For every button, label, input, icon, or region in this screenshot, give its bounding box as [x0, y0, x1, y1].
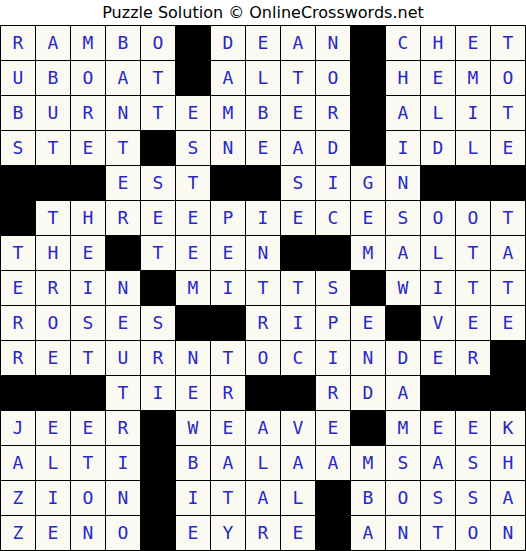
cell-r7c14: T — [456, 236, 490, 270]
cell-r9c8: R — [246, 306, 280, 340]
cell-r6c3: H — [71, 201, 105, 235]
cell-r12c7: E — [211, 411, 245, 445]
cell-r12c6: W — [176, 411, 210, 445]
cell-r10c1: R — [1, 341, 35, 375]
cell-r8c14: T — [456, 271, 490, 305]
cell-r14c2: I — [36, 481, 70, 515]
cell-r12c13: E — [421, 411, 455, 445]
black-cell-r1c6 — [176, 26, 210, 60]
cell-r9c2: O — [36, 306, 70, 340]
cell-r7c2: H — [36, 236, 70, 270]
black-cell-r13c5 — [141, 446, 175, 480]
cell-r5c4: E — [106, 166, 140, 200]
cell-r2c15: O — [491, 61, 525, 95]
black-cell-r5c7 — [211, 166, 245, 200]
cell-r15c4: O — [106, 516, 140, 550]
black-cell-r9c7 — [211, 306, 245, 340]
black-cell-r14c10 — [316, 481, 350, 515]
cell-r14c9: L — [281, 481, 315, 515]
cell-r7c7: E — [211, 236, 245, 270]
cell-r9c10: P — [316, 306, 350, 340]
cell-r15c3: N — [71, 516, 105, 550]
cell-r3c13: L — [421, 96, 455, 130]
cell-r4c7: N — [211, 131, 245, 165]
cell-r15c8: R — [246, 516, 280, 550]
cell-r7c13: L — [421, 236, 455, 270]
crossword-grid: RAMBODEANCHETUBOATALTOHEMOBURNTEMBERALIT… — [0, 25, 526, 551]
black-cell-r15c5 — [141, 516, 175, 550]
cell-r6c15: T — [491, 201, 525, 235]
black-cell-r11c13 — [421, 376, 455, 410]
cell-r7c3: E — [71, 236, 105, 270]
cell-r12c3: E — [71, 411, 105, 445]
cell-r15c13: T — [421, 516, 455, 550]
cell-r2c9: T — [281, 61, 315, 95]
cell-r2c2: B — [36, 61, 70, 95]
cell-r8c7: I — [211, 271, 245, 305]
cell-r15c15: N — [491, 516, 525, 550]
black-cell-r2c6 — [176, 61, 210, 95]
cell-r13c9: A — [281, 446, 315, 480]
cell-r13c15: H — [491, 446, 525, 480]
cell-r4c6: S — [176, 131, 210, 165]
cell-r14c3: O — [71, 481, 105, 515]
black-cell-r2c11 — [351, 61, 385, 95]
cell-r3c3: R — [71, 96, 105, 130]
black-cell-r11c8 — [246, 376, 280, 410]
black-cell-r11c3 — [71, 376, 105, 410]
cell-r11c12: A — [386, 376, 420, 410]
cell-r8c4: N — [106, 271, 140, 305]
cell-r14c6: I — [176, 481, 210, 515]
cell-r2c12: H — [386, 61, 420, 95]
cell-r15c14: O — [456, 516, 490, 550]
cell-r13c6: B — [176, 446, 210, 480]
cell-r3c4: N — [106, 96, 140, 130]
black-cell-r7c9 — [281, 236, 315, 270]
cell-r8c13: I — [421, 271, 455, 305]
black-cell-r15c10 — [316, 516, 350, 550]
title-bar: Puzzle Solution © OnlineCrosswords.net — [0, 0, 526, 25]
cell-r6c11: E — [351, 201, 385, 235]
cell-r3c9: E — [281, 96, 315, 130]
cell-r4c9: A — [281, 131, 315, 165]
cell-r15c11: A — [351, 516, 385, 550]
cell-r14c14: S — [456, 481, 490, 515]
cell-r14c11: B — [351, 481, 385, 515]
cell-r6c8: I — [246, 201, 280, 235]
cell-r1c1: R — [1, 26, 35, 60]
cell-r11c7: R — [211, 376, 245, 410]
cell-r11c5: I — [141, 376, 175, 410]
cell-r6c2: T — [36, 201, 70, 235]
cell-r7c1: T — [1, 236, 35, 270]
cell-r8c2: R — [36, 271, 70, 305]
cell-r4c15: E — [491, 131, 525, 165]
cell-r6c12: S — [386, 201, 420, 235]
cell-r4c4: T — [106, 131, 140, 165]
cell-r7c8: N — [246, 236, 280, 270]
cell-r8c1: E — [1, 271, 35, 305]
cell-r9c5: S — [141, 306, 175, 340]
cell-r9c4: E — [106, 306, 140, 340]
page-title: Puzzle Solution © OnlineCrosswords.net — [102, 3, 424, 22]
cell-r14c15: A — [491, 481, 525, 515]
cell-r13c12: S — [386, 446, 420, 480]
cell-r3c6: E — [176, 96, 210, 130]
cell-r5c12: N — [386, 166, 420, 200]
black-cell-r5c14 — [456, 166, 490, 200]
cell-r7c6: E — [176, 236, 210, 270]
cell-r5c10: I — [316, 166, 350, 200]
cell-r12c14: E — [456, 411, 490, 445]
cell-r8c8: T — [246, 271, 280, 305]
cell-r2c14: M — [456, 61, 490, 95]
cell-r10c5: R — [141, 341, 175, 375]
cell-r15c6: E — [176, 516, 210, 550]
cell-r1c2: A — [36, 26, 70, 60]
cell-r2c3: O — [71, 61, 105, 95]
cell-r13c14: S — [456, 446, 490, 480]
cell-r15c1: Z — [1, 516, 35, 550]
cell-r4c12: I — [386, 131, 420, 165]
cell-r3c10: R — [316, 96, 350, 130]
cell-r6c7: P — [211, 201, 245, 235]
cell-r12c9: V — [281, 411, 315, 445]
cell-r2c7: A — [211, 61, 245, 95]
cell-r6c9: E — [281, 201, 315, 235]
cell-r12c10: E — [316, 411, 350, 445]
cell-r3c1: B — [1, 96, 35, 130]
cell-r12c8: A — [246, 411, 280, 445]
black-cell-r5c3 — [71, 166, 105, 200]
cell-r7c15: A — [491, 236, 525, 270]
cell-r11c6: E — [176, 376, 210, 410]
cell-r3c14: I — [456, 96, 490, 130]
cell-r3c8: B — [246, 96, 280, 130]
cell-r11c11: D — [351, 376, 385, 410]
cell-r14c4: N — [106, 481, 140, 515]
cell-r4c1: S — [1, 131, 35, 165]
cell-r10c6: N — [176, 341, 210, 375]
cell-r15c12: N — [386, 516, 420, 550]
cell-r1c14: E — [456, 26, 490, 60]
cell-r12c12: M — [386, 411, 420, 445]
cell-r13c4: I — [106, 446, 140, 480]
cell-r1c5: O — [141, 26, 175, 60]
cell-r13c10: A — [316, 446, 350, 480]
cell-r10c13: E — [421, 341, 455, 375]
cell-r6c6: E — [176, 201, 210, 235]
cell-r12c2: E — [36, 411, 70, 445]
cell-r1c4: B — [106, 26, 140, 60]
cell-r10c3: T — [71, 341, 105, 375]
cell-r1c8: E — [246, 26, 280, 60]
cell-r1c10: N — [316, 26, 350, 60]
cell-r12c1: J — [1, 411, 35, 445]
cell-r4c2: T — [36, 131, 70, 165]
cell-r6c4: R — [106, 201, 140, 235]
black-cell-r5c1 — [1, 166, 35, 200]
cell-r14c8: A — [246, 481, 280, 515]
cell-r12c15: K — [491, 411, 525, 445]
cell-r9c13: V — [421, 306, 455, 340]
cell-r9c15: E — [491, 306, 525, 340]
cell-r7c5: T — [141, 236, 175, 270]
cell-r5c6: T — [176, 166, 210, 200]
cell-r1c3: M — [71, 26, 105, 60]
black-cell-r11c15 — [491, 376, 525, 410]
cell-r15c7: Y — [211, 516, 245, 550]
black-cell-r10c15 — [491, 341, 525, 375]
cell-r4c3: E — [71, 131, 105, 165]
cell-r1c9: A — [281, 26, 315, 60]
cell-r4c10: D — [316, 131, 350, 165]
cell-r2c1: U — [1, 61, 35, 95]
cell-r3c5: T — [141, 96, 175, 130]
cell-r8c3: I — [71, 271, 105, 305]
cell-r5c5: S — [141, 166, 175, 200]
puzzle-solution-page: Puzzle Solution © OnlineCrosswords.net R… — [0, 0, 526, 551]
cell-r4c14: L — [456, 131, 490, 165]
cell-r1c15: T — [491, 26, 525, 60]
cell-r13c1: A — [1, 446, 35, 480]
cell-r10c8: O — [246, 341, 280, 375]
black-cell-r9c12 — [386, 306, 420, 340]
cell-r6c13: O — [421, 201, 455, 235]
cell-r3c7: M — [211, 96, 245, 130]
black-cell-r4c11 — [351, 131, 385, 165]
black-cell-r11c14 — [456, 376, 490, 410]
black-cell-r1c11 — [351, 26, 385, 60]
cell-r6c10: C — [316, 201, 350, 235]
cell-r9c14: E — [456, 306, 490, 340]
cell-r6c14: O — [456, 201, 490, 235]
cell-r3c15: T — [491, 96, 525, 130]
black-cell-r5c15 — [491, 166, 525, 200]
black-cell-r8c5 — [141, 271, 175, 305]
black-cell-r6c1 — [1, 201, 35, 235]
cell-r1c12: C — [386, 26, 420, 60]
cell-r8c10: S — [316, 271, 350, 305]
black-cell-r9c6 — [176, 306, 210, 340]
cell-r6c5: E — [141, 201, 175, 235]
cell-r2c10: O — [316, 61, 350, 95]
black-cell-r12c11 — [351, 411, 385, 445]
black-cell-r11c1 — [1, 376, 35, 410]
cell-r2c5: T — [141, 61, 175, 95]
cell-r14c1: Z — [1, 481, 35, 515]
cell-r2c4: A — [106, 61, 140, 95]
cell-r9c11: E — [351, 306, 385, 340]
cell-r10c12: D — [386, 341, 420, 375]
cell-r1c7: D — [211, 26, 245, 60]
cell-r2c13: E — [421, 61, 455, 95]
cell-r8c6: M — [176, 271, 210, 305]
cell-r14c13: S — [421, 481, 455, 515]
cell-r13c7: A — [211, 446, 245, 480]
black-cell-r3c11 — [351, 96, 385, 130]
cell-r8c12: W — [386, 271, 420, 305]
cell-r10c7: T — [211, 341, 245, 375]
cell-r10c11: N — [351, 341, 385, 375]
cell-r10c14: R — [456, 341, 490, 375]
cell-r8c9: T — [281, 271, 315, 305]
cell-r13c2: L — [36, 446, 70, 480]
cell-r9c1: R — [1, 306, 35, 340]
cell-r9c9: I — [281, 306, 315, 340]
cell-r10c2: E — [36, 341, 70, 375]
cell-r14c12: O — [386, 481, 420, 515]
cell-r7c11: M — [351, 236, 385, 270]
black-cell-r7c10 — [316, 236, 350, 270]
black-cell-r4c5 — [141, 131, 175, 165]
cell-r5c9: S — [281, 166, 315, 200]
black-cell-r14c5 — [141, 481, 175, 515]
cell-r15c2: E — [36, 516, 70, 550]
cell-r14c7: T — [211, 481, 245, 515]
cell-r13c8: L — [246, 446, 280, 480]
black-cell-r7c4 — [106, 236, 140, 270]
black-cell-r11c9 — [281, 376, 315, 410]
black-cell-r5c2 — [36, 166, 70, 200]
cell-r11c4: T — [106, 376, 140, 410]
cell-r13c3: T — [71, 446, 105, 480]
cell-r10c4: U — [106, 341, 140, 375]
cell-r15c9: E — [281, 516, 315, 550]
cell-r5c11: G — [351, 166, 385, 200]
cell-r7c12: A — [386, 236, 420, 270]
cell-r4c8: E — [246, 131, 280, 165]
black-cell-r11c2 — [36, 376, 70, 410]
cell-r9c3: S — [71, 306, 105, 340]
cell-r3c2: U — [36, 96, 70, 130]
cell-r10c10: I — [316, 341, 350, 375]
cell-r11c10: R — [316, 376, 350, 410]
cell-r8c15: T — [491, 271, 525, 305]
cell-r4c13: D — [421, 131, 455, 165]
cell-r10c9: C — [281, 341, 315, 375]
cell-r2c8: L — [246, 61, 280, 95]
black-cell-r8c11 — [351, 271, 385, 305]
cell-r3c12: A — [386, 96, 420, 130]
black-cell-r5c13 — [421, 166, 455, 200]
cell-r12c4: R — [106, 411, 140, 445]
cell-r1c13: H — [421, 26, 455, 60]
black-cell-r5c8 — [246, 166, 280, 200]
cell-r13c11: M — [351, 446, 385, 480]
black-cell-r12c5 — [141, 411, 175, 445]
cell-r13c13: A — [421, 446, 455, 480]
